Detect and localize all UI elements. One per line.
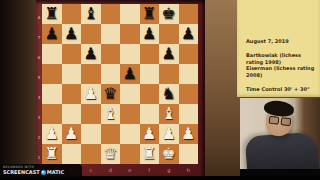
glasses-right-lens (280, 117, 291, 126)
square-d7 (101, 24, 121, 44)
piece-black-pawn: ♟ (84, 46, 98, 62)
square-d3: ♝ (101, 104, 121, 124)
screencast-o-matic-watermark: RECORDED WITH SCREENCASTMATIC (0, 164, 82, 178)
rank-labels: 87654321 (36, 4, 42, 164)
brand-text-left: SCREENCAST (3, 169, 40, 175)
brand-text-right: MATIC (47, 169, 64, 175)
square-a3 (42, 104, 62, 124)
piece-black-pawn: ♟ (181, 26, 195, 42)
square-e8 (120, 4, 140, 24)
piece-black-queen: ♛ (103, 86, 117, 102)
square-e7 (120, 24, 140, 44)
piece-black-pawn: ♟ (123, 66, 137, 82)
file-label-h: h (179, 167, 199, 174)
piece-black-knight: ♞ (162, 86, 176, 102)
square-a6 (42, 44, 62, 64)
square-c7 (81, 24, 101, 44)
square-b5 (62, 64, 82, 84)
rank-label-5: 5 (36, 76, 42, 80)
square-h5 (179, 64, 199, 84)
rank-label-3: 3 (36, 116, 42, 120)
square-a2: ♟ (42, 124, 62, 144)
square-c3 (81, 104, 101, 124)
square-a1: ♜ (42, 144, 62, 164)
square-f5 (140, 64, 160, 84)
square-f3 (140, 104, 160, 124)
square-b7: ♟ (62, 24, 82, 44)
game-date: August 7, 2019 (246, 38, 316, 44)
square-g6: ♟ (159, 44, 179, 64)
square-b3 (62, 104, 82, 124)
piece-white-pawn: ♟ (181, 126, 195, 142)
square-e2 (120, 124, 140, 144)
square-e1 (120, 144, 140, 164)
info-panel: August 7, 2019 Bartkowiak (lichess ratin… (237, 0, 320, 97)
square-b4 (62, 84, 82, 104)
background-right (205, 0, 240, 177)
square-b2: ♟ (62, 124, 82, 144)
square-f7: ♟ (140, 24, 160, 44)
piece-black-rook: ♜ (142, 6, 156, 22)
square-f1: ♜ (140, 144, 160, 164)
file-label-g: g (159, 167, 179, 174)
square-c2 (81, 124, 101, 144)
square-f2: ♟ (140, 124, 160, 144)
square-b8 (62, 4, 82, 24)
piece-black-pawn: ♟ (162, 46, 176, 62)
presenter-torso (245, 132, 320, 170)
square-g7 (159, 24, 179, 44)
rank-label-7: 7 (36, 36, 42, 40)
square-e5: ♟ (120, 64, 140, 84)
player-line-white: Bartkowiak (lichess rating 1998) (246, 52, 316, 65)
square-a8: ♜ (42, 4, 62, 24)
piece-black-rook: ♜ (45, 6, 59, 22)
piece-black-pawn: ♟ (45, 26, 59, 42)
square-h3 (179, 104, 199, 124)
piece-white-pawn: ♟ (64, 126, 78, 142)
rank-label-1: 1 (36, 156, 42, 160)
rank-label-4: 4 (36, 96, 42, 100)
square-g2: ♟ (159, 124, 179, 144)
square-b1 (62, 144, 82, 164)
piece-white-bishop: ♝ (103, 106, 117, 122)
square-f4 (140, 84, 160, 104)
piece-white-pawn: ♟ (45, 126, 59, 142)
square-h4 (179, 84, 199, 104)
file-label-d: d (101, 167, 121, 174)
square-h7: ♟ (179, 24, 199, 44)
file-label-e: e (120, 167, 140, 174)
square-b6 (62, 44, 82, 64)
square-d8 (101, 4, 121, 24)
presenter-glasses (269, 116, 292, 126)
background-left (0, 0, 36, 177)
chess-board: ♜♝♜♚♟♟♟♟♟♟♟♟♛♞♝♝♟♟♟♟♟♜♛♜♚ (42, 4, 198, 164)
file-label-f: f (140, 167, 160, 174)
square-g1: ♚ (159, 144, 179, 164)
square-e4 (120, 84, 140, 104)
piece-white-rook: ♜ (142, 146, 156, 162)
webcam-video (240, 97, 320, 170)
piece-black-bishop: ♝ (84, 6, 98, 22)
square-g8: ♚ (159, 4, 179, 24)
square-c1 (81, 144, 101, 164)
rank-label-8: 8 (36, 16, 42, 20)
piece-white-rook: ♜ (45, 146, 59, 162)
square-g3: ♝ (159, 104, 179, 124)
rank-label-2: 2 (36, 136, 42, 140)
square-e6 (120, 44, 140, 64)
video-frame: ♜♝♜♚♟♟♟♟♟♟♟♟♛♞♝♝♟♟♟♟♟♜♛♜♚ 87654321 abcde… (0, 0, 320, 180)
square-d4: ♛ (101, 84, 121, 104)
square-g4: ♞ (159, 84, 179, 104)
piece-black-pawn: ♟ (64, 26, 78, 42)
square-c4: ♟ (81, 84, 101, 104)
square-d6 (101, 44, 121, 64)
glasses-left-lens (269, 116, 280, 125)
square-c5 (81, 64, 101, 84)
square-d5 (101, 64, 121, 84)
piece-white-bishop: ♝ (162, 106, 176, 122)
piece-white-pawn: ♟ (84, 86, 98, 102)
square-c8: ♝ (81, 4, 101, 24)
piece-black-king: ♚ (162, 6, 176, 22)
square-f6 (140, 44, 160, 64)
square-f8: ♜ (140, 4, 160, 24)
file-label-c: c (81, 167, 101, 174)
piece-white-king: ♚ (162, 146, 176, 162)
square-g5 (159, 64, 179, 84)
square-c6: ♟ (81, 44, 101, 64)
square-h8 (179, 4, 199, 24)
square-a5 (42, 64, 62, 84)
player-line-black: Eiserman (lichess rating 2008) (246, 65, 316, 78)
square-d1: ♛ (101, 144, 121, 164)
square-a4 (42, 84, 62, 104)
piece-white-pawn: ♟ (142, 126, 156, 142)
screencast-logo-icon (41, 170, 46, 175)
piece-white-queen: ♛ (103, 146, 117, 162)
piece-white-pawn: ♟ (162, 126, 176, 142)
square-h2: ♟ (179, 124, 199, 144)
square-e3 (120, 104, 140, 124)
square-d2 (101, 124, 121, 144)
square-h6 (179, 44, 199, 64)
square-a7: ♟ (42, 24, 62, 44)
rank-label-6: 6 (36, 56, 42, 60)
square-h1 (179, 144, 199, 164)
piece-black-pawn: ♟ (142, 26, 156, 42)
time-control: Time Control 30' + 30" (246, 86, 316, 92)
